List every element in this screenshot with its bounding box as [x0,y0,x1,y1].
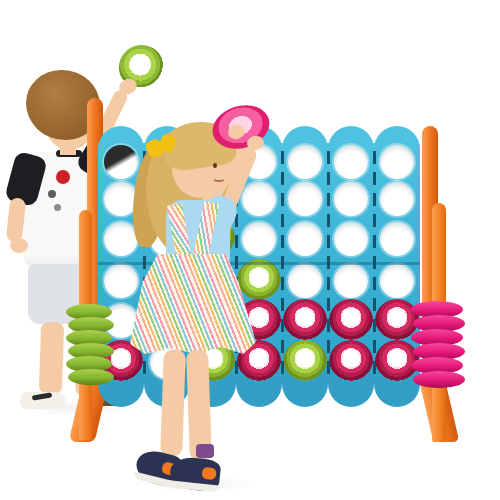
left-ring-stack [66,304,113,386]
boy-leg [39,322,64,395]
stack-ring-pink [413,371,465,388]
right-ring-stack [411,301,464,389]
girl-smile [212,174,226,182]
slot-divider [281,151,284,379]
board-seam [98,262,420,265]
product-photo-scene [0,0,500,500]
slot-divider [373,151,376,379]
slot-divider [327,151,330,379]
boy-shirt-logo [48,190,56,198]
girl-leg [160,350,186,457]
sneaker-orange-patch [202,467,217,480]
boy-hand [10,238,28,253]
boy-shirt-logo [54,204,61,211]
girl-sneaker [168,455,221,492]
boy-shirt-logo [56,170,70,184]
girl-eye [213,163,217,168]
girl-sock [196,444,214,458]
stack-ring-green [68,369,114,385]
